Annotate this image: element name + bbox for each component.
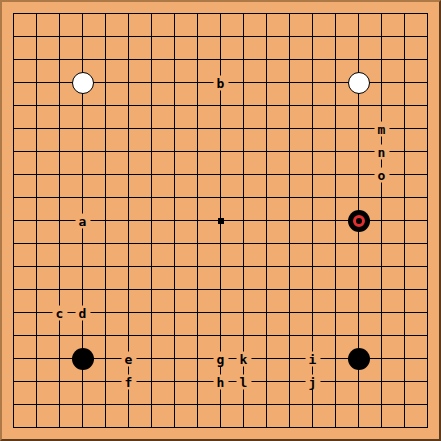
intersection — [163, 393, 186, 416]
intersection — [209, 324, 232, 347]
intersection — [186, 2, 209, 25]
intersection — [324, 416, 347, 439]
intersection — [94, 393, 117, 416]
intersection — [2, 117, 25, 140]
intersection — [48, 393, 71, 416]
intersection — [370, 209, 393, 232]
intersection — [324, 301, 347, 324]
intersection — [232, 278, 255, 301]
intersection — [94, 301, 117, 324]
intersection — [71, 324, 94, 347]
intersection — [255, 301, 278, 324]
intersection — [278, 186, 301, 209]
star-point — [218, 218, 224, 224]
intersection — [393, 301, 416, 324]
intersection — [186, 25, 209, 48]
intersection — [25, 25, 48, 48]
intersection — [370, 370, 393, 393]
intersection — [209, 48, 232, 71]
intersection — [301, 186, 324, 209]
intersection — [163, 301, 186, 324]
intersection — [48, 94, 71, 117]
intersection — [416, 2, 439, 25]
intersection — [140, 209, 163, 232]
intersection: k — [232, 347, 255, 370]
intersection — [140, 278, 163, 301]
intersection — [140, 324, 163, 347]
intersection — [416, 71, 439, 94]
intersection — [324, 94, 347, 117]
intersection — [301, 163, 324, 186]
intersection — [209, 94, 232, 117]
intersection — [94, 163, 117, 186]
intersection: j — [301, 370, 324, 393]
point-label-o: o — [374, 167, 389, 182]
white-stone — [348, 72, 370, 94]
intersection — [186, 370, 209, 393]
intersection — [393, 232, 416, 255]
intersection — [94, 347, 117, 370]
intersection — [94, 209, 117, 232]
intersection — [255, 117, 278, 140]
intersection — [301, 48, 324, 71]
intersection — [2, 48, 25, 71]
intersection — [278, 278, 301, 301]
intersection — [347, 347, 370, 370]
intersection — [25, 209, 48, 232]
intersection — [117, 324, 140, 347]
intersection — [140, 416, 163, 439]
intersection — [347, 163, 370, 186]
intersection — [232, 25, 255, 48]
intersection — [117, 163, 140, 186]
intersection — [163, 278, 186, 301]
intersection — [186, 186, 209, 209]
intersection: i — [301, 347, 324, 370]
intersection — [186, 301, 209, 324]
intersection: b — [209, 71, 232, 94]
intersection — [370, 25, 393, 48]
intersection — [255, 393, 278, 416]
intersection — [370, 393, 393, 416]
intersection — [71, 94, 94, 117]
intersection: f — [117, 370, 140, 393]
intersection — [347, 140, 370, 163]
intersection — [232, 186, 255, 209]
point-label-f: f — [121, 374, 136, 389]
intersection — [278, 370, 301, 393]
intersection — [163, 48, 186, 71]
intersection — [209, 186, 232, 209]
intersection — [209, 416, 232, 439]
intersection — [117, 255, 140, 278]
intersection — [255, 186, 278, 209]
intersection — [347, 209, 370, 232]
intersection — [163, 347, 186, 370]
intersection — [416, 416, 439, 439]
intersection — [163, 140, 186, 163]
intersection — [416, 186, 439, 209]
intersection — [94, 2, 117, 25]
intersection — [393, 370, 416, 393]
intersection — [370, 301, 393, 324]
intersection — [71, 117, 94, 140]
intersection — [140, 48, 163, 71]
intersection — [117, 186, 140, 209]
intersection — [370, 2, 393, 25]
intersection — [347, 48, 370, 71]
intersection — [117, 140, 140, 163]
intersection — [278, 393, 301, 416]
intersection — [347, 324, 370, 347]
intersection — [140, 140, 163, 163]
intersection — [186, 71, 209, 94]
intersection — [117, 416, 140, 439]
intersection — [301, 416, 324, 439]
intersection — [347, 232, 370, 255]
intersection — [324, 324, 347, 347]
intersection — [324, 48, 347, 71]
intersection — [48, 140, 71, 163]
intersection — [393, 416, 416, 439]
intersection — [324, 71, 347, 94]
intersection — [25, 255, 48, 278]
intersection — [324, 393, 347, 416]
intersection — [416, 301, 439, 324]
point-label-d: d — [75, 305, 90, 320]
intersection — [25, 48, 48, 71]
intersection — [163, 2, 186, 25]
intersection — [2, 163, 25, 186]
point-label-i: i — [305, 351, 320, 366]
intersection — [186, 255, 209, 278]
intersection — [324, 163, 347, 186]
intersection — [94, 140, 117, 163]
intersection — [232, 301, 255, 324]
intersection — [301, 25, 324, 48]
intersection — [48, 209, 71, 232]
point-label-n: n — [374, 144, 389, 159]
intersection — [163, 370, 186, 393]
point-label-e: e — [121, 351, 136, 366]
intersection — [324, 2, 347, 25]
intersection — [25, 370, 48, 393]
intersection — [186, 278, 209, 301]
intersection — [209, 25, 232, 48]
intersection — [393, 140, 416, 163]
intersection — [347, 25, 370, 48]
intersection — [186, 393, 209, 416]
intersection — [301, 278, 324, 301]
intersection — [324, 209, 347, 232]
intersection — [25, 94, 48, 117]
intersection — [324, 255, 347, 278]
intersection — [25, 278, 48, 301]
intersection — [278, 48, 301, 71]
intersection — [2, 301, 25, 324]
intersection — [140, 301, 163, 324]
point-label-c: c — [52, 305, 67, 320]
intersection — [278, 347, 301, 370]
intersection — [25, 324, 48, 347]
intersection — [278, 255, 301, 278]
intersection — [347, 370, 370, 393]
intersection — [232, 393, 255, 416]
intersection — [186, 48, 209, 71]
intersection: n — [370, 140, 393, 163]
intersection — [2, 2, 25, 25]
intersection — [370, 416, 393, 439]
intersection — [117, 117, 140, 140]
intersection — [370, 255, 393, 278]
intersection — [71, 255, 94, 278]
intersection — [48, 278, 71, 301]
intersection — [393, 94, 416, 117]
intersection — [301, 324, 324, 347]
intersection — [278, 416, 301, 439]
intersection — [232, 117, 255, 140]
intersection — [48, 370, 71, 393]
go-board: bmnoacdegkifhlj — [0, 0, 441, 441]
intersection — [48, 48, 71, 71]
intersection — [347, 255, 370, 278]
intersection — [209, 140, 232, 163]
intersection — [94, 117, 117, 140]
intersection — [232, 2, 255, 25]
intersection — [278, 94, 301, 117]
intersection — [255, 25, 278, 48]
intersection — [163, 94, 186, 117]
intersection — [209, 2, 232, 25]
intersection: o — [370, 163, 393, 186]
intersection — [416, 94, 439, 117]
intersection — [393, 2, 416, 25]
intersection — [393, 209, 416, 232]
intersection — [347, 117, 370, 140]
intersection: h — [209, 370, 232, 393]
intersection: a — [71, 209, 94, 232]
intersection — [255, 94, 278, 117]
intersection — [25, 301, 48, 324]
intersection — [209, 393, 232, 416]
intersection — [94, 25, 117, 48]
intersection — [25, 163, 48, 186]
intersection: c — [48, 301, 71, 324]
intersection: e — [117, 347, 140, 370]
intersection — [255, 370, 278, 393]
intersection — [232, 163, 255, 186]
point-label-a: a — [75, 213, 90, 228]
intersection — [255, 48, 278, 71]
intersection — [71, 370, 94, 393]
intersection — [163, 209, 186, 232]
intersection — [232, 140, 255, 163]
point-label-m: m — [374, 121, 389, 136]
intersection — [416, 140, 439, 163]
intersection — [209, 278, 232, 301]
intersection — [163, 25, 186, 48]
intersection — [25, 232, 48, 255]
intersection — [163, 117, 186, 140]
intersection — [25, 140, 48, 163]
intersection — [2, 370, 25, 393]
point-label-h: h — [213, 374, 228, 389]
intersection — [370, 71, 393, 94]
intersection — [71, 48, 94, 71]
intersection — [71, 163, 94, 186]
intersection — [301, 140, 324, 163]
intersection — [370, 232, 393, 255]
intersection — [324, 140, 347, 163]
intersection — [278, 232, 301, 255]
intersection — [393, 25, 416, 48]
intersection — [232, 232, 255, 255]
intersection — [48, 163, 71, 186]
intersection — [94, 416, 117, 439]
intersection — [347, 71, 370, 94]
intersection — [209, 163, 232, 186]
intersection — [48, 186, 71, 209]
intersection — [117, 232, 140, 255]
intersection — [209, 301, 232, 324]
intersection — [25, 117, 48, 140]
intersection — [370, 347, 393, 370]
intersection — [416, 347, 439, 370]
intersection — [416, 117, 439, 140]
intersection — [301, 301, 324, 324]
intersection — [324, 347, 347, 370]
intersection — [232, 416, 255, 439]
intersection — [186, 140, 209, 163]
intersection — [94, 370, 117, 393]
white-stone — [72, 72, 94, 94]
intersection — [347, 2, 370, 25]
intersection — [140, 370, 163, 393]
intersection — [94, 255, 117, 278]
intersection — [94, 232, 117, 255]
intersection — [186, 117, 209, 140]
intersection — [255, 347, 278, 370]
intersection — [2, 25, 25, 48]
intersection — [232, 94, 255, 117]
intersection — [140, 2, 163, 25]
intersection — [163, 324, 186, 347]
intersection — [416, 25, 439, 48]
intersection — [94, 278, 117, 301]
intersection — [278, 117, 301, 140]
intersection — [2, 186, 25, 209]
intersection — [71, 416, 94, 439]
intersection — [2, 232, 25, 255]
intersection — [117, 48, 140, 71]
intersection — [278, 324, 301, 347]
intersection — [301, 255, 324, 278]
intersection — [117, 25, 140, 48]
intersection — [393, 163, 416, 186]
point-label-k: k — [236, 351, 251, 366]
intersection — [25, 186, 48, 209]
intersection — [393, 48, 416, 71]
intersection: d — [71, 301, 94, 324]
intersection — [347, 94, 370, 117]
point-label-l: l — [236, 374, 251, 389]
intersection — [278, 163, 301, 186]
intersection — [416, 278, 439, 301]
intersection — [25, 416, 48, 439]
intersection — [416, 163, 439, 186]
intersection — [25, 393, 48, 416]
intersection — [2, 140, 25, 163]
intersection — [255, 416, 278, 439]
intersection — [347, 186, 370, 209]
intersection — [25, 347, 48, 370]
intersection — [324, 186, 347, 209]
intersection — [278, 301, 301, 324]
intersection — [2, 255, 25, 278]
intersection — [2, 393, 25, 416]
intersection — [186, 94, 209, 117]
intersection — [255, 278, 278, 301]
intersection — [416, 209, 439, 232]
intersection — [140, 71, 163, 94]
intersection — [301, 2, 324, 25]
intersection — [94, 186, 117, 209]
intersection — [232, 209, 255, 232]
intersection — [2, 278, 25, 301]
intersection — [301, 71, 324, 94]
intersection — [255, 232, 278, 255]
intersection — [324, 117, 347, 140]
intersection — [301, 94, 324, 117]
intersection — [71, 186, 94, 209]
intersection — [140, 255, 163, 278]
intersection — [140, 117, 163, 140]
intersection — [117, 209, 140, 232]
intersection — [393, 393, 416, 416]
intersection — [209, 255, 232, 278]
intersection — [416, 370, 439, 393]
intersection — [117, 301, 140, 324]
intersection — [140, 232, 163, 255]
intersection — [370, 94, 393, 117]
intersection — [370, 324, 393, 347]
intersection — [94, 48, 117, 71]
intersection — [48, 71, 71, 94]
intersection — [163, 71, 186, 94]
intersection — [255, 324, 278, 347]
black-stone — [348, 348, 370, 370]
intersection — [25, 2, 48, 25]
intersection — [278, 140, 301, 163]
board-grid: bmnoacdegkifhlj — [2, 2, 439, 439]
intersection — [255, 209, 278, 232]
intersection — [140, 393, 163, 416]
intersection — [48, 117, 71, 140]
intersection: l — [232, 370, 255, 393]
intersection — [255, 2, 278, 25]
intersection — [71, 25, 94, 48]
intersection — [163, 416, 186, 439]
intersection — [416, 324, 439, 347]
intersection — [324, 370, 347, 393]
intersection — [186, 232, 209, 255]
intersection — [347, 416, 370, 439]
intersection — [94, 94, 117, 117]
circle-mark-icon — [353, 215, 365, 227]
intersection — [209, 232, 232, 255]
intersection — [71, 71, 94, 94]
intersection — [186, 416, 209, 439]
